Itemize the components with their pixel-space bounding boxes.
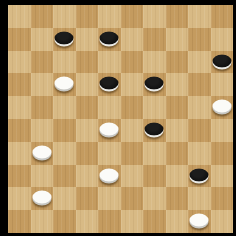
square-r9c9-light[interactable] — [211, 210, 234, 233]
square-28[interactable] — [98, 119, 121, 142]
square-r4c0-light[interactable] — [8, 96, 31, 119]
square-23[interactable] — [121, 96, 144, 119]
black-man[interactable] — [190, 168, 209, 181]
white-man[interactable] — [100, 168, 119, 181]
square-20[interactable] — [188, 73, 211, 96]
square-7[interactable] — [53, 28, 76, 51]
black-man[interactable] — [145, 123, 164, 136]
square-1[interactable] — [31, 5, 54, 28]
square-r8c6-light[interactable] — [143, 187, 166, 210]
square-r2c2-light[interactable] — [53, 51, 76, 74]
black-man[interactable] — [100, 31, 119, 44]
square-r9c3-light[interactable] — [76, 210, 99, 233]
square-10[interactable] — [188, 28, 211, 51]
square-r5c7-light[interactable] — [166, 119, 189, 142]
square-r1c1-light[interactable] — [31, 28, 54, 51]
square-r7c5-light[interactable] — [121, 165, 144, 188]
square-r2c8-light[interactable] — [188, 51, 211, 74]
square-6[interactable] — [8, 28, 31, 51]
square-24[interactable] — [166, 96, 189, 119]
square-30[interactable] — [188, 119, 211, 142]
square-3[interactable] — [121, 5, 144, 28]
square-r8c0-light[interactable] — [8, 187, 31, 210]
square-r2c6-light[interactable] — [143, 51, 166, 74]
square-35[interactable] — [211, 142, 234, 165]
square-44[interactable] — [166, 187, 189, 210]
square-r5c3-light[interactable] — [76, 119, 99, 142]
square-31[interactable] — [31, 142, 54, 165]
square-37[interactable] — [53, 165, 76, 188]
square-r5c5-light[interactable] — [121, 119, 144, 142]
square-r3c3-light[interactable] — [76, 73, 99, 96]
square-12[interactable] — [76, 51, 99, 74]
square-r3c7-light[interactable] — [166, 73, 189, 96]
square-r0c4-light[interactable] — [98, 5, 121, 28]
square-46[interactable] — [8, 210, 31, 233]
square-r4c2-light[interactable] — [53, 96, 76, 119]
square-r3c9-light[interactable] — [211, 73, 234, 96]
square-15[interactable] — [211, 51, 234, 74]
square-r6c0-light[interactable] — [8, 142, 31, 165]
draughts-board — [8, 5, 233, 233]
square-r7c9-light[interactable] — [211, 165, 234, 188]
square-r6c2-light[interactable] — [53, 142, 76, 165]
square-r1c3-light[interactable] — [76, 28, 99, 51]
square-25[interactable] — [211, 96, 234, 119]
square-47[interactable] — [53, 210, 76, 233]
square-27[interactable] — [53, 119, 76, 142]
square-34[interactable] — [166, 142, 189, 165]
square-33[interactable] — [121, 142, 144, 165]
square-4[interactable] — [166, 5, 189, 28]
square-r9c5-light[interactable] — [121, 210, 144, 233]
white-man[interactable] — [32, 145, 51, 158]
square-r0c6-light[interactable] — [143, 5, 166, 28]
square-r5c1-light[interactable] — [31, 119, 54, 142]
square-r4c8-light[interactable] — [188, 96, 211, 119]
square-r8c2-light[interactable] — [53, 187, 76, 210]
square-r6c4-light[interactable] — [98, 142, 121, 165]
square-r3c5-light[interactable] — [121, 73, 144, 96]
square-8[interactable] — [98, 28, 121, 51]
square-r6c6-light[interactable] — [143, 142, 166, 165]
square-16[interactable] — [8, 73, 31, 96]
square-49[interactable] — [143, 210, 166, 233]
white-man[interactable] — [190, 214, 209, 227]
square-40[interactable] — [188, 165, 211, 188]
square-13[interactable] — [121, 51, 144, 74]
white-man[interactable] — [212, 100, 231, 113]
square-36[interactable] — [8, 165, 31, 188]
square-r1c9-light[interactable] — [211, 28, 234, 51]
square-r7c7-light[interactable] — [166, 165, 189, 188]
black-man[interactable] — [100, 77, 119, 90]
square-r9c7-light[interactable] — [166, 210, 189, 233]
square-r8c8-light[interactable] — [188, 187, 211, 210]
square-45[interactable] — [211, 187, 234, 210]
square-26[interactable] — [8, 119, 31, 142]
square-18[interactable] — [98, 73, 121, 96]
white-man[interactable] — [55, 77, 74, 90]
white-man[interactable] — [100, 123, 119, 136]
square-41[interactable] — [31, 187, 54, 210]
square-43[interactable] — [121, 187, 144, 210]
square-22[interactable] — [76, 96, 99, 119]
square-r2c0-light[interactable] — [8, 51, 31, 74]
square-r1c7-light[interactable] — [166, 28, 189, 51]
square-5[interactable] — [211, 5, 234, 28]
square-2[interactable] — [76, 5, 99, 28]
square-17[interactable] — [53, 73, 76, 96]
square-r3c1-light[interactable] — [31, 73, 54, 96]
square-38[interactable] — [98, 165, 121, 188]
black-man[interactable] — [55, 31, 74, 44]
square-9[interactable] — [143, 28, 166, 51]
square-11[interactable] — [31, 51, 54, 74]
square-r1c5-light[interactable] — [121, 28, 144, 51]
square-42[interactable] — [76, 187, 99, 210]
square-r8c4-light[interactable] — [98, 187, 121, 210]
square-r0c2-light[interactable] — [53, 5, 76, 28]
square-39[interactable] — [143, 165, 166, 188]
square-29[interactable] — [143, 119, 166, 142]
square-32[interactable] — [76, 142, 99, 165]
square-r2c4-light[interactable] — [98, 51, 121, 74]
square-50[interactable] — [188, 210, 211, 233]
square-r9c1-light[interactable] — [31, 210, 54, 233]
square-48[interactable] — [98, 210, 121, 233]
square-14[interactable] — [166, 51, 189, 74]
square-r6c8-light[interactable] — [188, 142, 211, 165]
square-21[interactable] — [31, 96, 54, 119]
square-r7c1-light[interactable] — [31, 165, 54, 188]
square-r7c3-light[interactable] — [76, 165, 99, 188]
black-man[interactable] — [212, 54, 231, 67]
white-man[interactable] — [32, 191, 51, 204]
square-r0c8-light[interactable] — [188, 5, 211, 28]
square-r4c4-light[interactable] — [98, 96, 121, 119]
board-frame — [0, 0, 236, 236]
black-man[interactable] — [145, 77, 164, 90]
square-r0c0-light[interactable] — [8, 5, 31, 28]
square-r5c9-light[interactable] — [211, 119, 234, 142]
square-r4c6-light[interactable] — [143, 96, 166, 119]
square-19[interactable] — [143, 73, 166, 96]
